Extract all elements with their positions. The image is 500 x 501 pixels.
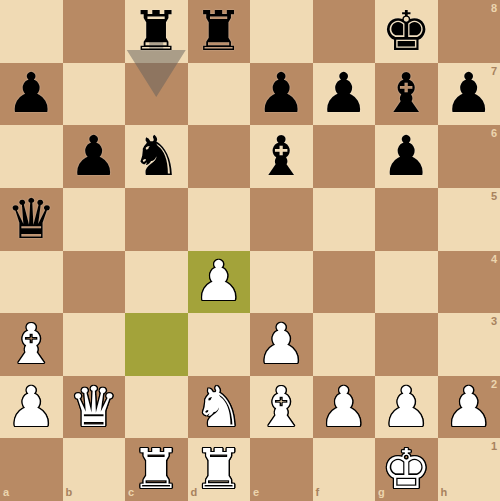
piece-black-rook-d8[interactable]: ♜ [188, 0, 251, 63]
piece-white-pawn-f2[interactable]: ♟ [313, 376, 376, 439]
piece-white-pawn-h2[interactable]: ♟ [438, 376, 500, 439]
piece-black-pawn-g6[interactable]: ♟ [375, 125, 438, 188]
piece-white-pawn-e3[interactable]: ♟ [250, 313, 313, 376]
piece-black-rook-c8[interactable]: ♜ [125, 0, 188, 63]
piece-black-pawn-a7[interactable]: ♟ [0, 63, 63, 126]
piece-black-bishop-e6[interactable]: ♝ [250, 125, 313, 188]
piece-black-pawn-e7[interactable]: ♟ [250, 63, 313, 126]
piece-black-queen-a5[interactable]: ♛ [0, 188, 63, 251]
piece-white-bishop-e2[interactable]: ♝ [250, 376, 313, 439]
piece-black-knight-c6[interactable]: ♞ [125, 125, 188, 188]
piece-black-bishop-g7[interactable]: ♝ [375, 63, 438, 126]
piece-white-king-g1[interactable]: ♚ [375, 438, 438, 501]
piece-white-queen-b2[interactable]: ♛ [63, 376, 126, 439]
piece-black-pawn-f7[interactable]: ♟ [313, 63, 376, 126]
piece-white-pawn-g2[interactable]: ♟ [375, 376, 438, 439]
piece-white-rook-c1[interactable]: ♜ [125, 438, 188, 501]
piece-black-pawn-h7[interactable]: ♟ [438, 63, 500, 126]
piece-white-bishop-a3[interactable]: ♝ [0, 313, 63, 376]
pieces-layer: ♜♜♚♟♟♟♝♟♟♞♝♟♛♟♝♟♟♛♞♝♟♟♟♜♜♚ [0, 0, 500, 501]
piece-black-pawn-b6[interactable]: ♟ [63, 125, 126, 188]
piece-white-pawn-d4[interactable]: ♟ [188, 251, 251, 314]
chess-board: 8765432abcdefg1h ♜♜♚♟♟♟♝♟♟♞♝♟♛♟♝♟♟♛♞♝♟♟♟… [0, 0, 500, 501]
piece-white-pawn-a2[interactable]: ♟ [0, 376, 63, 439]
piece-white-knight-d2[interactable]: ♞ [188, 376, 251, 439]
piece-white-rook-d1[interactable]: ♜ [188, 438, 251, 501]
piece-black-king-g8[interactable]: ♚ [375, 0, 438, 63]
